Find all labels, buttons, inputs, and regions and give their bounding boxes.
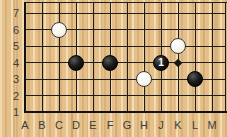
row-label-6: 6 xyxy=(0,22,19,38)
row-label-7: 7 xyxy=(0,5,19,21)
stone-white-H3 xyxy=(136,71,152,87)
stone-black-L3 xyxy=(187,71,203,87)
col-label-B: B xyxy=(35,118,49,132)
col-label-G: G xyxy=(120,118,134,132)
col-label-E: E xyxy=(86,118,100,132)
row-label-1: 1 xyxy=(0,104,19,120)
col-label-M: M xyxy=(205,118,219,132)
move-number-label: 1 xyxy=(158,57,164,67)
board-cut-line-right xyxy=(225,2,226,112)
go-diagram: 1 ABCDEFGHJKLM 7654321 xyxy=(0,0,227,137)
col-label-C: C xyxy=(52,118,66,132)
row-label-3: 3 xyxy=(0,71,19,87)
stone-black-D4 xyxy=(68,55,84,71)
col-label-K: K xyxy=(171,118,185,132)
stone-white-K5 xyxy=(170,38,186,54)
board-grid-lines xyxy=(25,2,226,112)
row-label-4: 4 xyxy=(0,55,19,71)
col-label-J: J xyxy=(154,118,168,132)
board-edge-bottom xyxy=(24,111,227,113)
col-label-A: A xyxy=(18,118,32,132)
stone-white-C6 xyxy=(51,22,67,38)
row-label-2: 2 xyxy=(0,88,19,104)
col-label-L: L xyxy=(188,118,202,132)
row-label-5: 5 xyxy=(0,38,19,54)
col-label-H: H xyxy=(137,118,151,132)
col-label-F: F xyxy=(103,118,117,132)
board-cut-line-top xyxy=(24,2,227,3)
board-edge-left xyxy=(24,2,26,113)
col-label-D: D xyxy=(69,118,83,132)
stone-black-F4 xyxy=(102,55,118,71)
stone-black-J4: 1 xyxy=(153,55,169,71)
